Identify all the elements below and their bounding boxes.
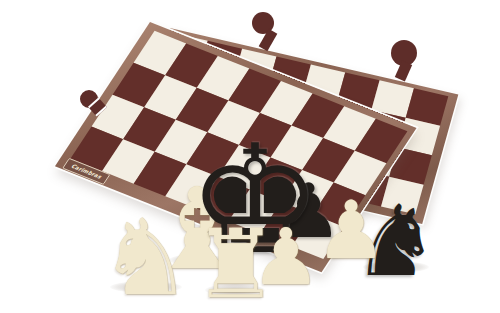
piece-white-knight: ♞ — [93, 206, 198, 311]
piece-white-pawn-1: ♟ — [247, 218, 325, 296]
chess-set-product-photo: Carimbras ♞ ♝ ♜ ♚ ♟ ♟ ♟ ♞ — [0, 0, 500, 313]
